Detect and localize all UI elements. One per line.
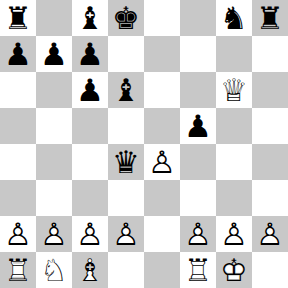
square-h7[interactable] [252, 36, 288, 72]
black-pawn-glyph: ♟ [72, 36, 108, 72]
square-f5[interactable]: ♟ [180, 108, 216, 144]
square-f2[interactable]: ♟♙ [180, 216, 216, 252]
square-g6[interactable]: ♛♕ [216, 72, 252, 108]
square-h4[interactable] [252, 144, 288, 180]
square-g5[interactable] [216, 108, 252, 144]
white-queen-piece: ♛♕ [216, 72, 252, 108]
black-queen-piece: ♛ [108, 144, 144, 180]
square-e5[interactable] [144, 108, 180, 144]
square-c1[interactable]: ♝♗ [72, 252, 108, 288]
square-d6[interactable]: ♝ [108, 72, 144, 108]
square-c6[interactable]: ♟ [72, 72, 108, 108]
square-b1[interactable]: ♞♘ [36, 252, 72, 288]
white-queen-glyph: ♕ [216, 72, 252, 108]
white-bishop-piece: ♝♗ [72, 252, 108, 288]
square-c5[interactable] [72, 108, 108, 144]
square-a6[interactable] [0, 72, 36, 108]
square-d4[interactable]: ♛ [108, 144, 144, 180]
square-g4[interactable] [216, 144, 252, 180]
black-knight-piece: ♞ [216, 0, 252, 36]
square-h8[interactable]: ♜ [252, 0, 288, 36]
square-e4[interactable]: ♟♙ [144, 144, 180, 180]
black-knight-glyph: ♞ [216, 0, 252, 36]
square-a3[interactable] [0, 180, 36, 216]
square-d2[interactable]: ♟♙ [108, 216, 144, 252]
square-h3[interactable] [252, 180, 288, 216]
square-c8[interactable]: ♝ [72, 0, 108, 36]
square-f7[interactable] [180, 36, 216, 72]
square-c4[interactable] [72, 144, 108, 180]
square-f6[interactable] [180, 72, 216, 108]
square-b4[interactable] [36, 144, 72, 180]
square-b6[interactable] [36, 72, 72, 108]
square-b8[interactable] [36, 0, 72, 36]
white-king-piece: ♚♔ [216, 252, 252, 288]
square-g2[interactable]: ♟♙ [216, 216, 252, 252]
square-d5[interactable] [108, 108, 144, 144]
square-a5[interactable] [0, 108, 36, 144]
white-bishop-glyph: ♗ [72, 252, 108, 288]
white-pawn-glyph: ♙ [252, 216, 288, 252]
white-pawn-piece: ♟♙ [0, 216, 36, 252]
square-c2[interactable]: ♟♙ [72, 216, 108, 252]
square-b5[interactable] [36, 108, 72, 144]
square-d8[interactable]: ♚ [108, 0, 144, 36]
chess-board: ♜♝♚♞♜♟♟♟♟♝♛♕♟♛♟♙♟♙♟♙♟♙♟♙♟♙♟♙♟♙♜♖♞♘♝♗♜♖♚♔ [0, 0, 288, 288]
square-a7[interactable]: ♟ [0, 36, 36, 72]
white-pawn-piece: ♟♙ [108, 216, 144, 252]
white-pawn-piece: ♟♙ [72, 216, 108, 252]
square-b7[interactable]: ♟ [36, 36, 72, 72]
square-g8[interactable]: ♞ [216, 0, 252, 36]
white-pawn-glyph: ♙ [72, 216, 108, 252]
square-e2[interactable] [144, 216, 180, 252]
black-rook-glyph: ♜ [0, 0, 36, 36]
white-rook-piece: ♜♖ [180, 252, 216, 288]
white-knight-glyph: ♘ [36, 252, 72, 288]
white-rook-glyph: ♖ [0, 252, 36, 288]
square-e3[interactable] [144, 180, 180, 216]
white-knight-piece: ♞♘ [36, 252, 72, 288]
black-rook-piece: ♜ [252, 0, 288, 36]
white-pawn-piece: ♟♙ [144, 144, 180, 180]
white-pawn-glyph: ♙ [180, 216, 216, 252]
white-pawn-piece: ♟♙ [36, 216, 72, 252]
square-h5[interactable] [252, 108, 288, 144]
white-pawn-glyph: ♙ [36, 216, 72, 252]
square-e8[interactable] [144, 0, 180, 36]
square-a2[interactable]: ♟♙ [0, 216, 36, 252]
white-rook-glyph: ♖ [180, 252, 216, 288]
black-bishop-piece: ♝ [72, 0, 108, 36]
black-bishop-glyph: ♝ [108, 72, 144, 108]
square-e1[interactable] [144, 252, 180, 288]
square-h2[interactable]: ♟♙ [252, 216, 288, 252]
white-pawn-glyph: ♙ [108, 216, 144, 252]
square-d7[interactable] [108, 36, 144, 72]
black-pawn-glyph: ♟ [72, 72, 108, 108]
black-bishop-piece: ♝ [108, 72, 144, 108]
square-c7[interactable]: ♟ [72, 36, 108, 72]
square-g3[interactable] [216, 180, 252, 216]
square-g7[interactable] [216, 36, 252, 72]
black-pawn-glyph: ♟ [36, 36, 72, 72]
white-rook-piece: ♜♖ [0, 252, 36, 288]
black-bishop-glyph: ♝ [72, 0, 108, 36]
square-e7[interactable] [144, 36, 180, 72]
white-pawn-piece: ♟♙ [252, 216, 288, 252]
black-pawn-piece: ♟ [180, 108, 216, 144]
black-pawn-piece: ♟ [72, 72, 108, 108]
square-a8[interactable]: ♜ [0, 0, 36, 36]
square-f8[interactable] [180, 0, 216, 36]
square-d3[interactable] [108, 180, 144, 216]
black-queen-glyph: ♛ [108, 144, 144, 180]
black-pawn-piece: ♟ [0, 36, 36, 72]
square-d1[interactable] [108, 252, 144, 288]
white-pawn-glyph: ♙ [0, 216, 36, 252]
square-e6[interactable] [144, 72, 180, 108]
square-a4[interactable] [0, 144, 36, 180]
square-f1[interactable]: ♜♖ [180, 252, 216, 288]
square-b3[interactable] [36, 180, 72, 216]
square-c3[interactable] [72, 180, 108, 216]
black-king-glyph: ♚ [108, 0, 144, 36]
white-pawn-piece: ♟♙ [216, 216, 252, 252]
square-g1[interactable]: ♚♔ [216, 252, 252, 288]
black-pawn-piece: ♟ [72, 36, 108, 72]
black-king-piece: ♚ [108, 0, 144, 36]
square-b2[interactable]: ♟♙ [36, 216, 72, 252]
white-pawn-glyph: ♙ [216, 216, 252, 252]
white-king-glyph: ♔ [216, 252, 252, 288]
black-pawn-piece: ♟ [36, 36, 72, 72]
square-h1[interactable] [252, 252, 288, 288]
square-h6[interactable] [252, 72, 288, 108]
square-f3[interactable] [180, 180, 216, 216]
white-pawn-glyph: ♙ [144, 144, 180, 180]
black-pawn-glyph: ♟ [180, 108, 216, 144]
square-f4[interactable] [180, 144, 216, 180]
black-rook-piece: ♜ [0, 0, 36, 36]
square-a1[interactable]: ♜♖ [0, 252, 36, 288]
white-pawn-piece: ♟♙ [180, 216, 216, 252]
black-pawn-glyph: ♟ [0, 36, 36, 72]
black-rook-glyph: ♜ [252, 0, 288, 36]
